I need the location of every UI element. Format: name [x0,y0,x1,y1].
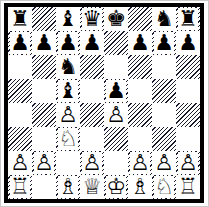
square-g1[interactable]: ♘ [152,175,176,199]
square-e4[interactable]: ♙ [104,103,128,127]
black-pawn-piece: ♟ [154,32,174,54]
square-c1[interactable]: ♗ [56,175,80,199]
square-a1[interactable]: ♖ [8,175,32,199]
square-h7[interactable]: ♟ [176,31,200,55]
square-f5[interactable] [128,79,152,103]
square-c2[interactable] [56,151,80,175]
square-g7[interactable]: ♟ [152,31,176,55]
white-pawn-piece: ♙ [106,104,126,126]
square-c6[interactable]: ♞ [56,55,80,79]
square-d4[interactable] [80,103,104,127]
square-f8[interactable] [128,7,152,31]
black-pawn-piece: ♟ [10,32,30,54]
square-f7[interactable]: ♟ [128,31,152,55]
chess-diagram: ♜♝♛♚♞♜♟♟♟♟♟♟♟♞♝♟♙♙♘♙♙♙♙♙♙♖♗♕♔♗♘♖ [0,0,209,207]
square-g4[interactable] [152,103,176,127]
square-g3[interactable] [152,127,176,151]
white-rook-piece: ♖ [178,176,198,198]
square-a6[interactable] [8,55,32,79]
square-g2[interactable]: ♙ [152,151,176,175]
black-bishop-piece: ♝ [58,8,78,30]
black-knight-piece: ♞ [154,8,174,30]
black-pawn-piece: ♟ [106,80,126,102]
white-knight-piece: ♘ [58,128,78,150]
square-c8[interactable]: ♝ [56,7,80,31]
black-pawn-piece: ♟ [82,32,102,54]
square-a8[interactable]: ♜ [8,7,32,31]
white-pawn-piece: ♙ [58,104,78,126]
square-d2[interactable]: ♙ [80,151,104,175]
square-b3[interactable] [32,127,56,151]
white-pawn-piece: ♙ [130,152,150,174]
square-c3[interactable]: ♘ [56,127,80,151]
black-knight-piece: ♞ [58,56,78,78]
square-f4[interactable] [128,103,152,127]
square-f6[interactable] [128,55,152,79]
white-knight-piece: ♘ [154,176,174,198]
square-b1[interactable] [32,175,56,199]
square-b5[interactable] [32,79,56,103]
white-queen-piece: ♕ [82,176,102,198]
square-a5[interactable] [8,79,32,103]
square-b4[interactable] [32,103,56,127]
black-rook-piece: ♜ [10,8,30,30]
black-king-piece: ♚ [106,8,126,30]
square-h5[interactable] [176,79,200,103]
white-pawn-piece: ♙ [154,152,174,174]
chess-board: ♜♝♛♚♞♜♟♟♟♟♟♟♟♞♝♟♙♙♘♙♙♙♙♙♙♖♗♕♔♗♘♖ [8,7,200,199]
square-d6[interactable] [80,55,104,79]
board-frame: ♜♝♛♚♞♜♟♟♟♟♟♟♟♞♝♟♙♙♘♙♙♙♙♙♙♖♗♕♔♗♘♖ [4,3,204,203]
black-pawn-piece: ♟ [34,32,54,54]
square-f2[interactable]: ♙ [128,151,152,175]
square-g5[interactable] [152,79,176,103]
square-b2[interactable]: ♙ [32,151,56,175]
square-h2[interactable]: ♙ [176,151,200,175]
square-e8[interactable]: ♚ [104,7,128,31]
square-g8[interactable]: ♞ [152,7,176,31]
square-d7[interactable]: ♟ [80,31,104,55]
square-h3[interactable] [176,127,200,151]
black-queen-piece: ♛ [82,8,102,30]
square-e7[interactable] [104,31,128,55]
square-d3[interactable] [80,127,104,151]
square-c4[interactable]: ♙ [56,103,80,127]
white-king-piece: ♔ [106,176,126,198]
black-pawn-piece: ♟ [58,32,78,54]
square-h8[interactable]: ♜ [176,7,200,31]
square-g6[interactable] [152,55,176,79]
white-bishop-piece: ♗ [58,176,78,198]
square-f3[interactable] [128,127,152,151]
square-h1[interactable]: ♖ [176,175,200,199]
square-e2[interactable] [104,151,128,175]
square-e1[interactable]: ♔ [104,175,128,199]
square-c5[interactable]: ♝ [56,79,80,103]
white-pawn-piece: ♙ [10,152,30,174]
white-pawn-piece: ♙ [82,152,102,174]
white-pawn-piece: ♙ [34,152,54,174]
white-pawn-piece: ♙ [178,152,198,174]
white-bishop-piece: ♗ [130,176,150,198]
square-a2[interactable]: ♙ [8,151,32,175]
square-b6[interactable] [32,55,56,79]
black-pawn-piece: ♟ [130,32,150,54]
square-d8[interactable]: ♛ [80,7,104,31]
square-h6[interactable] [176,55,200,79]
square-a4[interactable] [8,103,32,127]
black-rook-piece: ♜ [178,8,198,30]
square-f1[interactable]: ♗ [128,175,152,199]
black-pawn-piece: ♟ [178,32,198,54]
square-e5[interactable]: ♟ [104,79,128,103]
square-a7[interactable]: ♟ [8,31,32,55]
black-bishop-piece: ♝ [58,80,78,102]
square-d1[interactable]: ♕ [80,175,104,199]
square-b7[interactable]: ♟ [32,31,56,55]
white-rook-piece: ♖ [10,176,30,198]
square-b8[interactable] [32,7,56,31]
square-h4[interactable] [176,103,200,127]
square-e6[interactable] [104,55,128,79]
square-d5[interactable] [80,79,104,103]
square-e3[interactable] [104,127,128,151]
square-a3[interactable] [8,127,32,151]
square-c7[interactable]: ♟ [56,31,80,55]
